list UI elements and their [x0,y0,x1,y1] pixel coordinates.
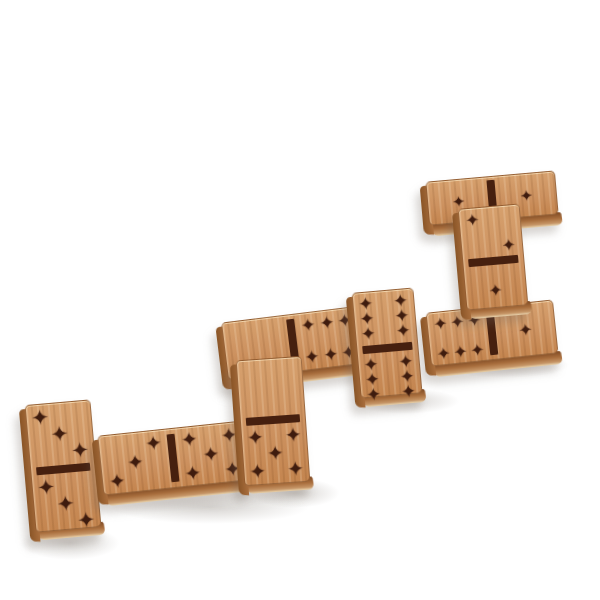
pip-cell: ✦ [283,426,303,444]
pip-cell: ✦ [200,445,222,464]
pip-cell [146,468,168,487]
pip-cell [260,362,280,380]
pip-cell: ✦ [246,429,266,447]
diamond-pip-icon: ✦ [451,193,465,209]
pip-cell [505,295,523,310]
pip-cell: ✦ [487,282,505,297]
pip-cell: ✦ [50,424,70,444]
pip-cell [379,355,398,371]
pip-cell [375,309,394,325]
diamond-pip-icon: ✦ [286,459,304,480]
diamond-pip-icon: ✦ [30,407,49,429]
pip-cell [243,396,263,414]
pip-cell: ✦ [248,463,268,481]
diamond-pip-icon: ✦ [361,325,377,343]
pip-cell: ✦ [298,316,318,334]
domino-5-0-half-a-value-0 [237,357,305,418]
diamond-pip-icon: ✦ [519,187,533,203]
diamond-pip-icon: ✦ [202,444,220,465]
pip-cell: ✦ [500,237,518,252]
pip-cell: ✦ [431,316,449,332]
pip-cell [483,238,501,253]
pip-cell [382,385,401,401]
pip-cell [374,294,393,310]
pip-cell: ✦ [36,478,56,498]
diamond-pip-icon: ✦ [249,461,267,482]
pip-cell [67,405,87,425]
pip-cell: ✦ [463,212,481,227]
pip-cell: ✦ [56,494,76,514]
domino-6-6-half-a-value-6: ✦✦✦✦✦✦ [353,289,417,347]
pip-cell: ✦ [434,345,452,361]
pip-cell: ✦ [76,510,96,530]
domino-5-0-half-b-value-5: ✦✦✦✦✦ [241,422,309,485]
diamond-pip-icon: ✦ [502,236,517,253]
pip-cell: ✦ [517,188,535,202]
diamond-pip-icon: ✦ [247,427,265,448]
pip-cell: ✦ [449,194,467,208]
domino-3-3-half-a-value-3: ✦✦✦ [26,400,95,467]
diamond-pip-icon: ✦ [304,347,320,366]
domino-tile-1-2[interactable]: ✦✦✦ [458,203,529,310]
diamond-pip-icon: ✦ [184,463,202,484]
pip-cell: ✦ [451,343,469,359]
pip-cell [433,208,451,220]
pip-cell [241,364,261,382]
diamond-pip-icon: ✦ [71,439,90,461]
domino-board: ✦✦✦✦✦✦✦✦✦✦✦✦✦✦✦✦✦✦✦✦✦✦✦✦✦✦✦✦✦✦✦✦✦✦✦✦✦✦✦✦… [0,0,600,600]
diamond-pip-icon: ✦ [518,321,533,338]
diamond-pip-icon: ✦ [465,211,480,228]
domino-3-5-half-a-value-3: ✦✦✦ [98,430,172,495]
pip-cell: ✦ [285,460,305,478]
pip-cell: ✦ [360,326,379,342]
diamond-pip-icon: ✦ [284,425,302,446]
pip-cell [278,361,298,379]
pip-cell: ✦ [30,408,50,428]
pip-cell: ✦ [468,341,486,357]
pip-cell: ✦ [302,348,322,366]
diamond-pip-icon: ✦ [144,433,162,454]
diamond-pip-icon: ✦ [319,313,335,332]
pip-cell: ✦ [516,321,534,337]
tile-top-face: ✦✦✦✦✦✦✦✦✦✦✦✦ [351,287,422,398]
diamond-pip-icon: ✦ [322,345,338,364]
tile-top-face: ✦✦✦✦✦✦ [25,399,102,532]
diamond-pip-icon: ✦ [57,493,76,515]
pip-cell: ✦ [317,314,337,332]
pip-cell [535,199,553,211]
tile-top-face: ✦✦✦✦✦ [236,356,311,486]
pip-cell: ✦ [320,345,340,363]
pip-cell [103,438,125,457]
pip-cell [262,395,282,413]
domino-tile-5-0[interactable]: ✦✦✦✦✦ [236,356,311,486]
pip-cell [535,334,553,350]
pip-cell [39,514,59,534]
pip-cell [281,394,301,412]
diamond-pip-icon: ✦ [470,341,485,358]
diamond-pip-icon: ✦ [453,342,468,359]
pip-cell [471,298,489,313]
diamond-pip-icon: ✦ [366,386,382,404]
domino-1-2-half-a-value-2: ✦✦ [459,205,523,260]
domino-tile-6-6-double[interactable]: ✦✦✦✦✦✦✦✦✦✦✦✦ [351,287,422,398]
pip-cell: ✦ [143,434,165,453]
pip-cell [33,444,53,464]
diamond-pip-icon: ✦ [108,471,126,492]
pip-cell [261,379,281,397]
domino-1-2-half-b-value-1: ✦ [464,262,528,317]
diamond-pip-icon: ✦ [51,423,70,445]
pip-cell: ✦ [178,430,200,449]
tile-top-face: ✦✦✦ [458,203,529,310]
diamond-pip-icon: ✦ [126,452,144,473]
pip-cell [279,377,299,395]
pip-cell: ✦ [106,472,128,491]
domino-3-3-half-b-value-3: ✦✦✦ [32,470,101,537]
domino-tile-3-3-double[interactable]: ✦✦✦✦✦✦ [25,399,102,532]
pip-cell [73,475,93,495]
pip-cell [466,240,484,255]
pip-cell: ✦ [70,441,90,461]
domino-tile-3-5[interactable]: ✦✦✦✦✦✦✦✦ [97,421,248,496]
diamond-pip-icon: ✦ [433,315,448,332]
domino-6-6-half-b-value-6: ✦✦✦✦✦✦ [358,349,422,407]
diamond-pip-icon: ✦ [401,383,417,401]
pip-cell [501,338,519,354]
pip-cell [381,370,400,386]
pip-cell: ✦ [365,387,384,403]
pip-cell: ✦ [399,384,418,400]
pip-cell: ✦ [394,323,413,339]
diamond-pip-icon: ✦ [180,429,198,450]
diamond-pip-icon: ✦ [266,443,284,464]
diamond-pip-icon: ✦ [488,281,503,298]
pip-cell [242,380,262,398]
pip-cell [377,324,396,340]
pip-cell: ✦ [265,444,285,462]
diamond-pip-icon: ✦ [300,316,316,335]
diamond-pip-icon: ✦ [395,322,411,340]
diamond-pip-icon: ✦ [77,509,96,531]
pip-cell: ✦ [124,453,146,472]
diamond-pip-icon: ✦ [37,476,56,498]
pip-cell: ✦ [182,464,204,483]
diamond-pip-icon: ✦ [436,344,451,361]
